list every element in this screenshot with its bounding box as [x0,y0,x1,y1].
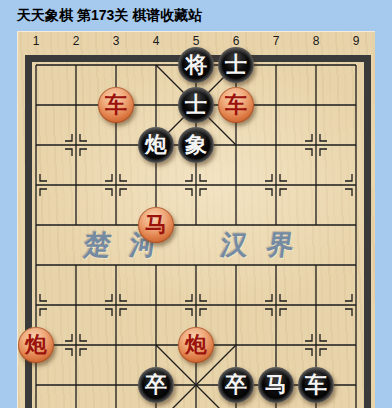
column-label: 6 [226,34,246,48]
piece-red-horse[interactable]: 马 [138,207,174,243]
piece-red-cannon[interactable]: 炮 [178,327,214,363]
column-label: 2 [66,34,86,48]
piece-black-elephant[interactable]: 象 [178,127,214,163]
column-label: 3 [106,34,126,48]
page-title: 天天象棋 第173关 棋谱收藏站 [17,7,202,25]
piece-red-chariot[interactable]: 车 [218,87,254,123]
column-label: 4 [146,34,166,48]
piece-black-cannon[interactable]: 炮 [138,127,174,163]
piece-red-cannon[interactable]: 炮 [18,327,54,363]
xiangqi-board[interactable]: 123456789 楚河 汉界 将士车士车炮象马炮炮卒卒马车 [17,31,375,408]
piece-black-advisor[interactable]: 士 [218,47,254,83]
river-label-right: 汉界 [219,230,315,260]
piece-black-soldier[interactable]: 卒 [138,367,174,403]
piece-black-advisor[interactable]: 士 [178,87,214,123]
piece-black-horse[interactable]: 马 [258,367,294,403]
column-label: 8 [306,34,326,48]
column-label: 7 [266,34,286,48]
piece-black-chariot[interactable]: 车 [298,367,334,403]
column-label: 5 [186,34,206,48]
piece-black-general[interactable]: 将 [178,47,214,83]
piece-black-soldier[interactable]: 卒 [218,367,254,403]
column-label: 9 [346,34,366,48]
column-label: 1 [26,34,46,48]
piece-red-chariot[interactable]: 车 [98,87,134,123]
